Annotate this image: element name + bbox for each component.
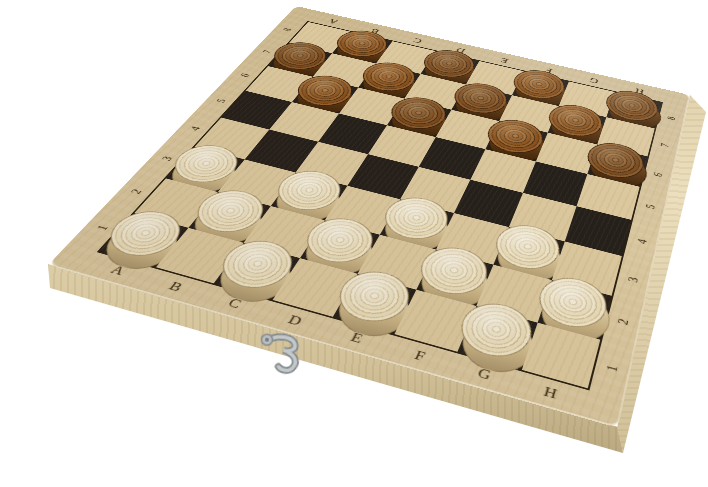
latch-clasp-icon: [251, 328, 313, 381]
rank-label-left-8: 8: [261, 20, 313, 41]
photo-scene: AABBCCDDEEFFGGHH1122334455667788: [0, 0, 708, 487]
checkers-board: AABBCCDDEEFFGGHH1122334455667788: [48, 6, 690, 428]
